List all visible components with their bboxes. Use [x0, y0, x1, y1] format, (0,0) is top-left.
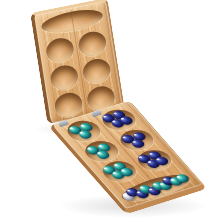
- pit-hollow: [77, 29, 108, 58]
- pit-hollow: [49, 63, 80, 92]
- flat-pit-grid: [57, 104, 181, 188]
- mancala-board-photo: [0, 0, 222, 222]
- pit-hollow: [81, 57, 112, 86]
- pit-hollow: [45, 36, 76, 65]
